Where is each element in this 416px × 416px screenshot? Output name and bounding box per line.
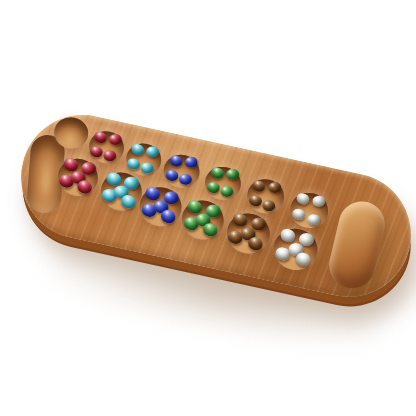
- bead-brown: [251, 178, 267, 193]
- bead-green: [205, 180, 221, 195]
- bead-blue: [184, 157, 197, 168]
- bead-green: [209, 165, 225, 180]
- pit-top-2[interactable]: [85, 128, 126, 167]
- bead-teal: [126, 157, 142, 172]
- pit-field: [36, 103, 416, 187]
- pit-bottom-6[interactable]: [270, 224, 322, 273]
- bead-red: [103, 150, 117, 162]
- bead-blue: [164, 168, 180, 183]
- right-store: [324, 197, 389, 293]
- bead-clear: [295, 192, 311, 207]
- pit-bottom-4[interactable]: [178, 196, 227, 243]
- bead-teal: [129, 142, 145, 157]
- pit-top-6[interactable]: [244, 176, 287, 217]
- pit-bottom-3[interactable]: [136, 183, 185, 230]
- bead-brown: [247, 194, 263, 209]
- pit-bottom-2[interactable]: [97, 168, 145, 214]
- pit-top-4[interactable]: [161, 151, 203, 191]
- pit-bottom-5[interactable]: [223, 209, 274, 257]
- bead-teal: [140, 162, 154, 174]
- bead-blue: [179, 174, 193, 186]
- bead-clear: [307, 213, 321, 225]
- product-photo-scene: [0, 0, 416, 416]
- bead-clear: [291, 207, 307, 222]
- bead-green: [226, 169, 239, 180]
- bead-red: [89, 144, 105, 159]
- bead-brown: [268, 182, 281, 193]
- bead-brown: [262, 199, 276, 211]
- bead-red: [108, 133, 121, 144]
- pit-top-5[interactable]: [202, 163, 244, 203]
- bead-clear: [278, 227, 297, 245]
- bead-blue: [168, 153, 184, 168]
- bead-teal: [146, 146, 159, 157]
- bead-red: [92, 130, 108, 145]
- bead-green: [220, 186, 234, 198]
- pit-top-7[interactable]: [287, 189, 332, 231]
- bead-clear: [294, 251, 313, 269]
- bead-clear: [312, 195, 325, 206]
